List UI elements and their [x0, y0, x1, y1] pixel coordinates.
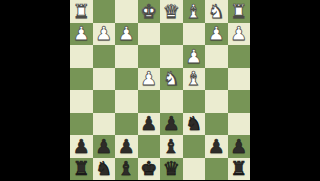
square-e8[interactable]: ♚ — [138, 158, 161, 181]
piece-white-bishop-icon: ♝ — [185, 1, 202, 20]
square-g2[interactable]: ♟ — [93, 23, 116, 46]
square-g6[interactable] — [93, 113, 116, 136]
square-d7[interactable]: ♝ — [160, 135, 183, 158]
square-f1[interactable] — [115, 0, 138, 23]
piece-white-queen-icon: ♛ — [163, 1, 180, 20]
piece-white-pawn-icon: ♟ — [95, 24, 112, 43]
square-f6[interactable] — [115, 113, 138, 136]
piece-white-pawn-icon: ♟ — [208, 24, 225, 43]
square-e5[interactable] — [138, 90, 161, 113]
square-g5[interactable] — [93, 90, 116, 113]
piece-white-knight-icon: ♞ — [163, 69, 180, 88]
piece-white-rook-icon: ♜ — [230, 1, 247, 20]
piece-black-pawn-icon: ♟ — [118, 136, 135, 155]
piece-black-rook-icon: ♜ — [73, 159, 90, 178]
square-d6[interactable]: ♟ — [160, 113, 183, 136]
piece-white-rook-icon: ♜ — [73, 1, 90, 20]
square-b7[interactable]: ♟ — [205, 135, 228, 158]
piece-black-pawn-icon: ♟ — [163, 114, 180, 133]
piece-white-knight-icon: ♞ — [208, 1, 225, 20]
square-b8[interactable] — [205, 158, 228, 181]
square-e7[interactable] — [138, 135, 161, 158]
square-c2[interactable] — [183, 23, 206, 46]
piece-white-pawn-icon: ♟ — [118, 24, 135, 43]
square-h1[interactable]: ♜ — [70, 0, 93, 23]
square-f7[interactable]: ♟ — [115, 135, 138, 158]
square-c8[interactable] — [183, 158, 206, 181]
square-b4[interactable] — [205, 68, 228, 91]
piece-black-queen-icon: ♛ — [163, 159, 180, 178]
square-c5[interactable] — [183, 90, 206, 113]
piece-black-pawn-icon: ♟ — [140, 114, 157, 133]
square-a4[interactable] — [228, 68, 251, 91]
piece-white-pawn-icon: ♟ — [73, 24, 90, 43]
square-e4[interactable]: ♟ — [138, 68, 161, 91]
square-h5[interactable] — [70, 90, 93, 113]
piece-black-pawn-icon: ♟ — [208, 136, 225, 155]
square-e6[interactable]: ♟ — [138, 113, 161, 136]
square-d5[interactable] — [160, 90, 183, 113]
piece-white-bishop-icon: ♝ — [185, 69, 202, 88]
square-f2[interactable]: ♟ — [115, 23, 138, 46]
piece-black-pawn-icon: ♟ — [230, 136, 247, 155]
piece-white-king-icon: ♚ — [140, 1, 157, 20]
chess-board: ♜♚♛♝♞♜♟♟♟♟♟♟♟♞♝♟♟♞♟♟♟♝♟♟♜♞♝♚♛♜ — [70, 0, 250, 180]
piece-black-knight-icon: ♞ — [95, 159, 112, 178]
piece-black-bishop-icon: ♝ — [163, 136, 180, 155]
square-h4[interactable] — [70, 68, 93, 91]
square-c1[interactable]: ♝ — [183, 0, 206, 23]
square-c7[interactable] — [183, 135, 206, 158]
square-c4[interactable]: ♝ — [183, 68, 206, 91]
square-g4[interactable] — [93, 68, 116, 91]
piece-black-rook-icon: ♜ — [230, 159, 247, 178]
square-e3[interactable] — [138, 45, 161, 68]
square-d2[interactable] — [160, 23, 183, 46]
piece-black-pawn-icon: ♟ — [73, 136, 90, 155]
square-h3[interactable] — [70, 45, 93, 68]
square-d4[interactable]: ♞ — [160, 68, 183, 91]
square-b1[interactable]: ♞ — [205, 0, 228, 23]
piece-black-knight-icon: ♞ — [185, 114, 202, 133]
square-a8[interactable]: ♜ — [228, 158, 251, 181]
square-f3[interactable] — [115, 45, 138, 68]
square-f4[interactable] — [115, 68, 138, 91]
square-h8[interactable]: ♜ — [70, 158, 93, 181]
square-e2[interactable] — [138, 23, 161, 46]
square-a1[interactable]: ♜ — [228, 0, 251, 23]
square-a2[interactable]: ♟ — [228, 23, 251, 46]
square-a6[interactable] — [228, 113, 251, 136]
square-b3[interactable] — [205, 45, 228, 68]
square-c6[interactable]: ♞ — [183, 113, 206, 136]
square-b6[interactable] — [205, 113, 228, 136]
square-a7[interactable]: ♟ — [228, 135, 251, 158]
square-f5[interactable] — [115, 90, 138, 113]
square-d3[interactable] — [160, 45, 183, 68]
square-b5[interactable] — [205, 90, 228, 113]
square-e1[interactable]: ♚ — [138, 0, 161, 23]
square-g7[interactable]: ♟ — [93, 135, 116, 158]
square-h2[interactable]: ♟ — [70, 23, 93, 46]
square-c3[interactable]: ♟ — [183, 45, 206, 68]
square-a5[interactable] — [228, 90, 251, 113]
square-d1[interactable]: ♛ — [160, 0, 183, 23]
square-g1[interactable] — [93, 0, 116, 23]
piece-white-pawn-icon: ♟ — [230, 24, 247, 43]
square-h7[interactable]: ♟ — [70, 135, 93, 158]
piece-black-king-icon: ♚ — [140, 159, 157, 178]
app-background: ♜♚♛♝♞♜♟♟♟♟♟♟♟♞♝♟♟♞♟♟♟♝♟♟♜♞♝♚♛♜ — [0, 0, 320, 180]
square-a3[interactable] — [228, 45, 251, 68]
piece-white-pawn-icon: ♟ — [185, 46, 202, 65]
piece-black-pawn-icon: ♟ — [95, 136, 112, 155]
square-g8[interactable]: ♞ — [93, 158, 116, 181]
square-h6[interactable] — [70, 113, 93, 136]
square-d8[interactable]: ♛ — [160, 158, 183, 181]
square-g3[interactable] — [93, 45, 116, 68]
square-f8[interactable]: ♝ — [115, 158, 138, 181]
piece-black-bishop-icon: ♝ — [118, 159, 135, 178]
square-b2[interactable]: ♟ — [205, 23, 228, 46]
piece-white-pawn-icon: ♟ — [140, 69, 157, 88]
